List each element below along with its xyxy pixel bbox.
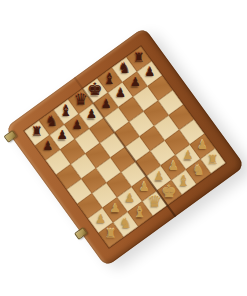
white-rook-a1: ♜ — [105, 224, 117, 242]
black-pawn-c7: ♟ — [71, 116, 82, 134]
white-rook-h1: ♜ — [207, 150, 219, 168]
black-rook-a8: ♜ — [31, 123, 43, 141]
black-knight-g8: ♞ — [118, 59, 131, 77]
black-pawn-e7: ♟ — [100, 95, 111, 113]
white-pawn-b2: ♟ — [110, 199, 121, 217]
black-pawn-b7: ♟ — [57, 127, 68, 145]
white-knight-b1: ♞ — [119, 214, 132, 232]
black-rook-h8: ♜ — [133, 49, 145, 67]
chess-board: ♜♞♝♛♚♝♞♜♟♟♟♟♟♟♟♟♟♟♟♟♟♟♟♟♜♞♝♛♚♝♞♜ — [5, 27, 245, 267]
white-pawn-a2: ♟ — [95, 210, 106, 228]
black-pawn-g7: ♟ — [130, 74, 141, 92]
white-pawn-h2: ♟ — [197, 136, 208, 154]
white-pawn-g2: ♟ — [182, 146, 193, 164]
white-pawn-c2: ♟ — [124, 189, 135, 207]
white-knight-g1: ♞ — [192, 161, 205, 179]
white-pawn-e2: ♟ — [153, 168, 164, 186]
black-knight-b8: ♞ — [45, 112, 58, 130]
black-pawn-a7: ♟ — [42, 137, 53, 155]
product-photo-scene: ♜♞♝♛♚♝♞♜♟♟♟♟♟♟♟♟♟♟♟♟♟♟♟♟♜♞♝♛♚♝♞♜ — [0, 0, 247, 296]
black-pawn-f7: ♟ — [115, 84, 126, 102]
black-pawn-h7: ♟ — [144, 63, 155, 81]
brass-clasp-top — [4, 130, 18, 143]
brass-clasp-bottom — [74, 227, 88, 240]
white-pawn-f2: ♟ — [168, 157, 179, 175]
